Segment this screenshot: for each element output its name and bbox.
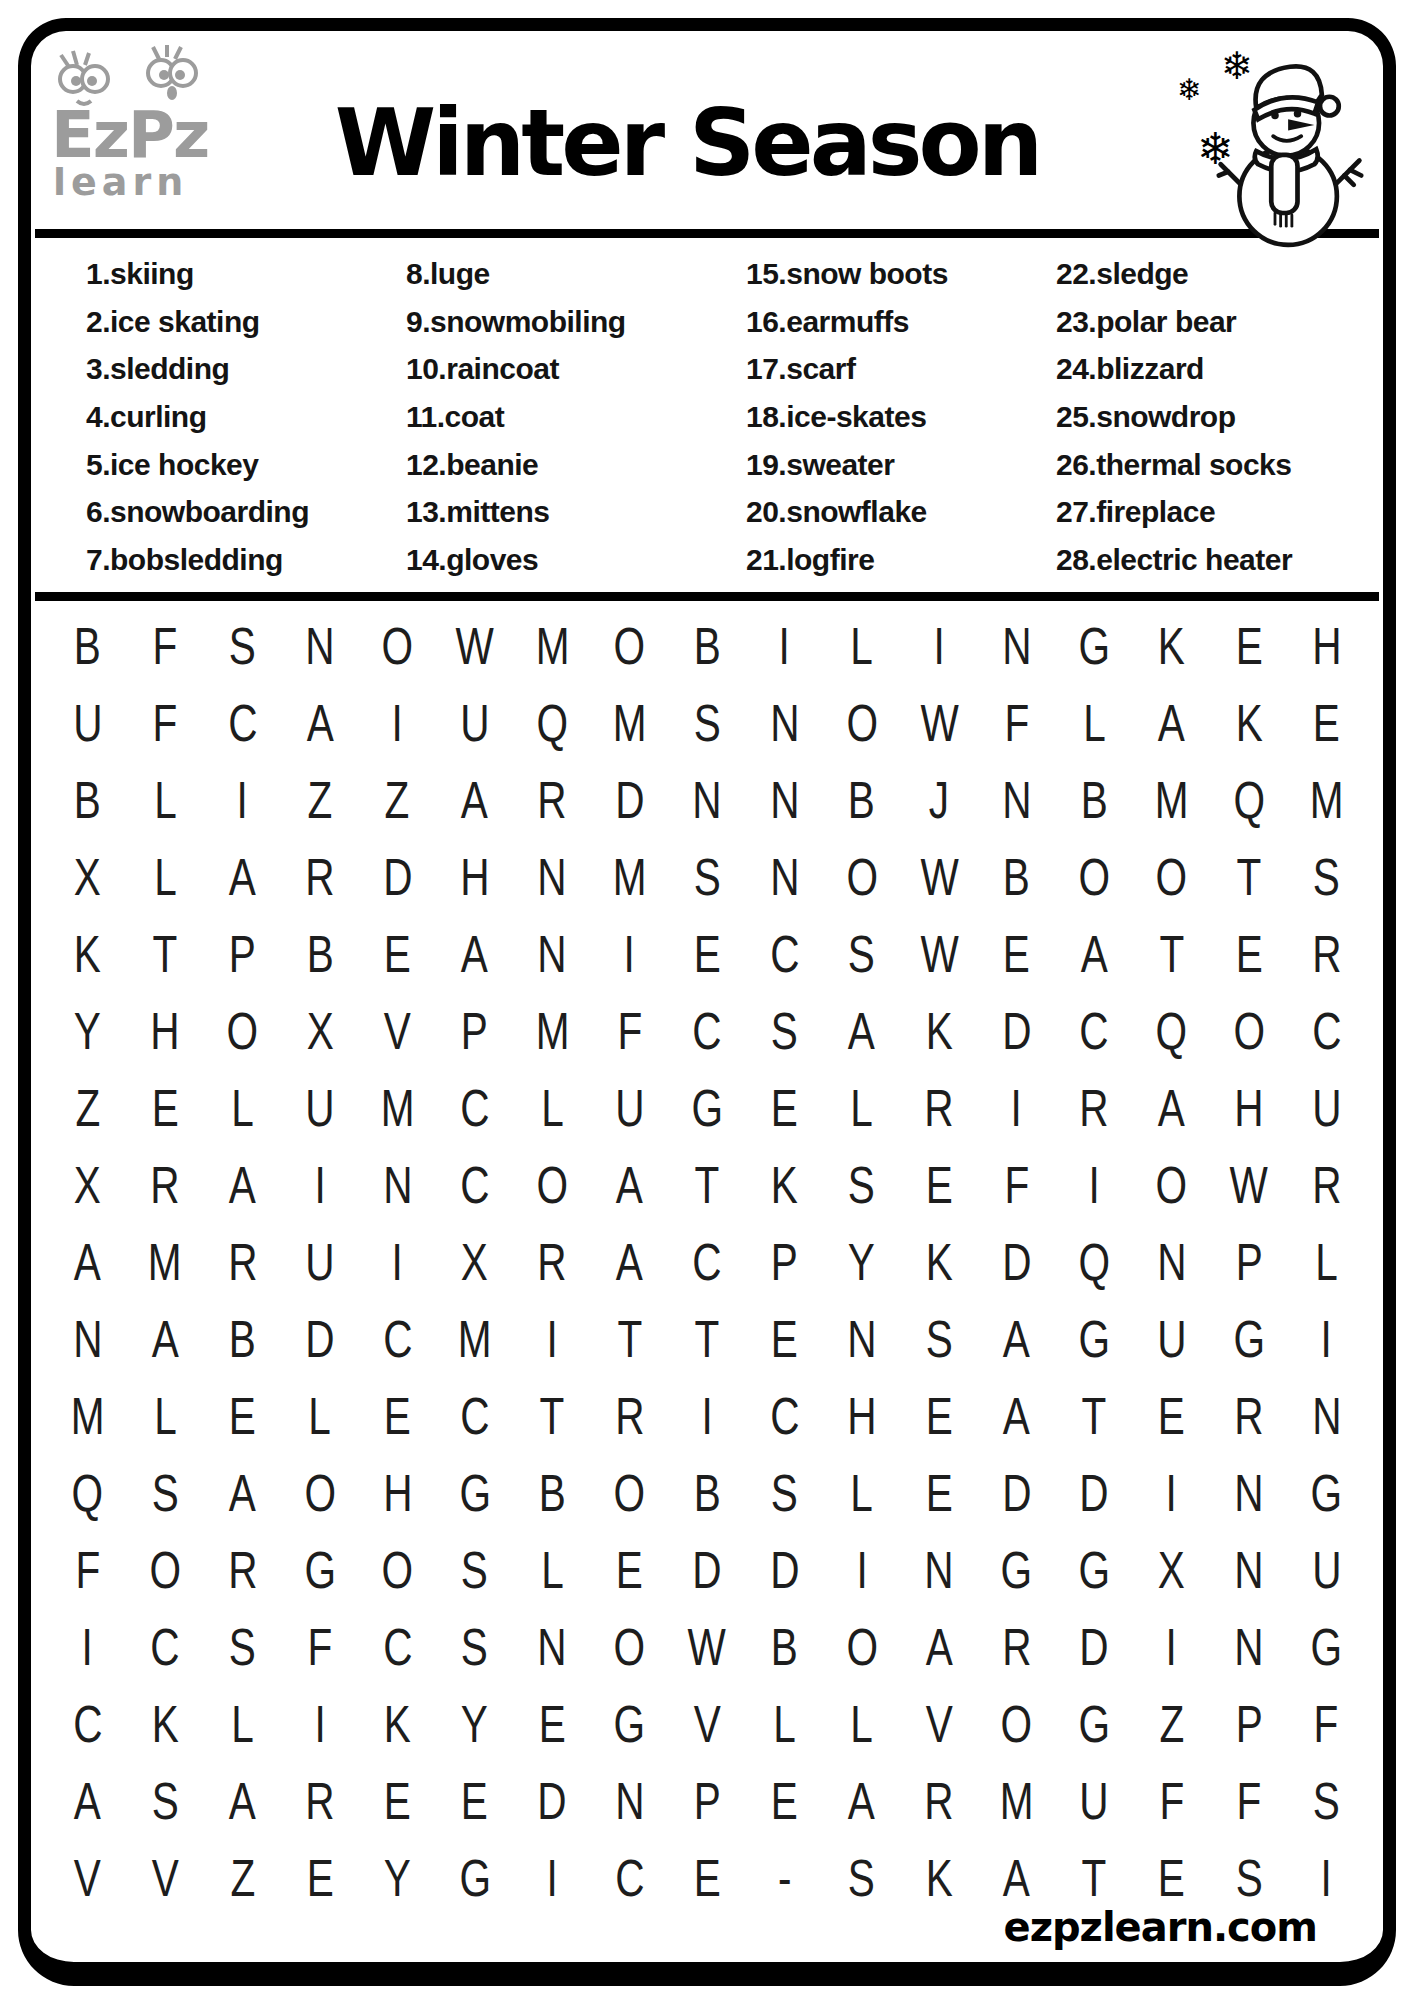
grid-cell[interactable]: R — [281, 1762, 358, 1839]
grid-cell[interactable]: N — [513, 915, 590, 992]
grid-cell[interactable]: S — [746, 1454, 823, 1531]
grid-cell[interactable]: M — [1133, 761, 1210, 838]
grid-cell[interactable]: B — [746, 1608, 823, 1685]
grid-cell[interactable]: I — [1055, 1146, 1132, 1223]
footer-url: ezpzlearn.com — [1004, 1904, 1317, 1950]
grid-cell[interactable]: X — [281, 992, 358, 1069]
grid-cell[interactable]: D — [513, 1762, 590, 1839]
grid-cell[interactable]: M — [126, 1223, 203, 1300]
grid-cell[interactable]: O — [823, 684, 900, 761]
grid-cell[interactable]: V — [49, 1839, 126, 1916]
grid-cell[interactable]: A — [823, 1762, 900, 1839]
grid-cell[interactable]: M — [359, 1069, 436, 1146]
grid-cell[interactable]: - — [746, 1839, 823, 1916]
grid-cell[interactable]: M — [1288, 761, 1365, 838]
grid-cell[interactable]: N — [1210, 1454, 1287, 1531]
word-list-item: 8.luge — [406, 257, 746, 291]
grid-cell[interactable]: N — [1133, 1223, 1210, 1300]
grid-cell[interactable]: F — [281, 1608, 358, 1685]
grid-cell[interactable]: A — [204, 1146, 281, 1223]
grid-cell[interactable]: A — [126, 1300, 203, 1377]
grid-cell[interactable]: M — [978, 1762, 1055, 1839]
grid-cell[interactable]: M — [513, 992, 590, 1069]
grid-cell[interactable]: L — [823, 607, 900, 684]
grid-cell[interactable]: R — [126, 1146, 203, 1223]
grid-cell[interactable]: O — [513, 1146, 590, 1223]
grid-cell[interactable]: O — [1055, 838, 1132, 915]
grid-cell[interactable]: F — [1133, 1762, 1210, 1839]
grid-cell[interactable]: K — [901, 1223, 978, 1300]
grid-cell[interactable]: L — [126, 838, 203, 915]
grid-cell[interactable]: B — [49, 607, 126, 684]
grid-cell[interactable]: F — [1210, 1762, 1287, 1839]
word-list-item: 15.snow boots — [746, 257, 1056, 291]
grid-cell[interactable]: S — [1288, 838, 1365, 915]
grid-cell[interactable]: D — [281, 1300, 358, 1377]
word-list-item: 14.gloves — [406, 543, 746, 577]
grid-cell[interactable]: C — [126, 1608, 203, 1685]
grid-cell[interactable]: W — [1210, 1146, 1287, 1223]
grid-cell[interactable]: U — [436, 684, 513, 761]
grid-cell[interactable]: B — [823, 761, 900, 838]
grid-cell[interactable]: C — [359, 1608, 436, 1685]
grid-cell[interactable]: S — [823, 1839, 900, 1916]
grid-cell[interactable]: L — [204, 1685, 281, 1762]
grid-cell[interactable]: C — [436, 1069, 513, 1146]
grid-cell[interactable]: B — [49, 761, 126, 838]
grid-cell[interactable]: E — [901, 1146, 978, 1223]
word-list-item: 3.sledding — [86, 352, 406, 386]
grid-cell[interactable]: G — [281, 1531, 358, 1608]
grid-cell[interactable]: M — [436, 1300, 513, 1377]
grid-cell[interactable]: I — [204, 761, 281, 838]
grid-cell[interactable]: U — [591, 1069, 668, 1146]
grid-cell[interactable]: A — [49, 1223, 126, 1300]
grid-cell[interactable]: T — [126, 915, 203, 992]
grid-cell[interactable]: V — [901, 1685, 978, 1762]
grid-cell[interactable]: E — [204, 1377, 281, 1454]
grid-cell[interactable]: I — [1133, 1454, 1210, 1531]
grid-cell[interactable]: S — [204, 1608, 281, 1685]
grid-cell[interactable]: S — [1288, 1762, 1365, 1839]
grid-cell[interactable]: U — [1133, 1300, 1210, 1377]
grid-cell[interactable]: A — [591, 1223, 668, 1300]
grid-cell[interactable]: C — [1288, 992, 1365, 1069]
grid-cell[interactable]: A — [204, 1762, 281, 1839]
grid-cell[interactable]: T — [591, 1300, 668, 1377]
grid-cell[interactable]: A — [436, 761, 513, 838]
grid-cell[interactable]: A — [1133, 1069, 1210, 1146]
grid-cell[interactable]: F — [126, 684, 203, 761]
grid-cell[interactable]: L — [823, 1685, 900, 1762]
grid-cell[interactable]: O — [1133, 838, 1210, 915]
grid-cell[interactable]: R — [204, 1223, 281, 1300]
grid-cell[interactable]: B — [668, 1454, 745, 1531]
grid-cell[interactable]: C — [1055, 992, 1132, 1069]
grid-cell[interactable]: A — [204, 838, 281, 915]
grid-cell[interactable]: U — [281, 1069, 358, 1146]
grid-cell[interactable]: E — [901, 1377, 978, 1454]
grid-cell[interactable]: I — [1133, 1608, 1210, 1685]
grid-cell[interactable]: E — [1210, 915, 1287, 992]
grid-cell[interactable]: E — [1210, 607, 1287, 684]
grid-cell[interactable]: Q — [513, 684, 590, 761]
grid-cell[interactable]: I — [1288, 1300, 1365, 1377]
grid-cell[interactable]: L — [823, 1069, 900, 1146]
grid-cell[interactable]: A — [436, 915, 513, 992]
grid-cell[interactable]: F — [49, 1531, 126, 1608]
grid-cell[interactable]: D — [1055, 1608, 1132, 1685]
grid-cell[interactable]: Z — [281, 761, 358, 838]
grid-cell[interactable]: L — [126, 1377, 203, 1454]
grid-cell[interactable]: N — [746, 684, 823, 761]
grid-cell[interactable]: E — [1133, 1377, 1210, 1454]
grid-cell[interactable]: N — [359, 1146, 436, 1223]
grid-cell[interactable]: R — [1210, 1377, 1287, 1454]
grid-cell[interactable]: O — [359, 1531, 436, 1608]
grid-cell[interactable]: B — [978, 838, 1055, 915]
grid-cell[interactable]: H — [823, 1377, 900, 1454]
word-list-item: 11.coat — [406, 400, 746, 434]
grid-cell[interactable]: P — [668, 1762, 745, 1839]
word-list-item: 16.earmuffs — [746, 305, 1056, 339]
grid-cell[interactable]: T — [668, 1300, 745, 1377]
grid-cell[interactable]: Z — [204, 1839, 281, 1916]
grid-cell[interactable]: G — [1210, 1300, 1287, 1377]
grid-cell[interactable]: Y — [823, 1223, 900, 1300]
grid-cell[interactable]: O — [823, 838, 900, 915]
grid-cell[interactable]: N — [978, 761, 1055, 838]
grid-cell[interactable]: G — [978, 1531, 1055, 1608]
grid-cell[interactable]: D — [978, 1223, 1055, 1300]
grid-cell[interactable]: I — [591, 915, 668, 992]
grid-cell[interactable]: U — [1055, 1762, 1132, 1839]
grid-cell[interactable]: C — [746, 915, 823, 992]
grid-cell[interactable]: M — [591, 838, 668, 915]
grid-cell[interactable]: K — [901, 992, 978, 1069]
grid-cell[interactable]: G — [1288, 1454, 1365, 1531]
grid-cell[interactable]: E — [359, 915, 436, 992]
grid-cell[interactable]: O — [591, 1454, 668, 1531]
grid-cell[interactable]: S — [204, 607, 281, 684]
grid-cell[interactable]: O — [591, 1608, 668, 1685]
grid-cell[interactable]: O — [978, 1685, 1055, 1762]
grid-cell[interactable]: E — [746, 1069, 823, 1146]
grid-cell[interactable]: Y — [49, 992, 126, 1069]
grid-cell[interactable]: B — [513, 1454, 590, 1531]
grid-cell[interactable]: M — [49, 1377, 126, 1454]
grid-cell[interactable]: L — [513, 1069, 590, 1146]
grid-cell[interactable]: O — [823, 1608, 900, 1685]
grid-cell[interactable]: P — [1210, 1685, 1287, 1762]
grid-cell[interactable]: R — [1288, 915, 1365, 992]
grid-cell[interactable]: W — [668, 1608, 745, 1685]
grid-cell[interactable]: A — [901, 1608, 978, 1685]
grid-cell[interactable]: I — [359, 1223, 436, 1300]
grid-cell[interactable]: T — [513, 1377, 590, 1454]
grid-cell[interactable]: E — [668, 1839, 745, 1916]
grid-cell[interactable]: S — [668, 838, 745, 915]
grid-cell[interactable]: V — [126, 1839, 203, 1916]
grid-cell[interactable]: R — [901, 1069, 978, 1146]
grid-cell[interactable]: K — [126, 1685, 203, 1762]
grid-cell[interactable]: O — [204, 992, 281, 1069]
grid-cell[interactable]: R — [513, 761, 590, 838]
grid-cell[interactable]: R — [591, 1377, 668, 1454]
grid-cell[interactable]: N — [1210, 1531, 1287, 1608]
grid-cell[interactable]: E — [978, 915, 1055, 992]
grid-cell[interactable]: Z — [49, 1069, 126, 1146]
grid-cell[interactable]: K — [359, 1685, 436, 1762]
grid-cell[interactable]: C — [49, 1685, 126, 1762]
grid-cell[interactable]: G — [436, 1839, 513, 1916]
grid-cell[interactable]: C — [591, 1839, 668, 1916]
grid-cell[interactable]: P — [746, 1223, 823, 1300]
grid-cell[interactable]: G — [1288, 1608, 1365, 1685]
grid-cell[interactable]: A — [1133, 684, 1210, 761]
grid-cell[interactable]: R — [901, 1762, 978, 1839]
grid-cell[interactable]: W — [901, 684, 978, 761]
word-list-item: 19.sweater — [746, 448, 1056, 482]
grid-cell[interactable]: U — [1288, 1069, 1365, 1146]
grid-cell[interactable]: N — [901, 1531, 978, 1608]
grid-cell[interactable]: H — [1288, 607, 1365, 684]
grid-cell[interactable]: E — [901, 1454, 978, 1531]
grid-cell[interactable]: T — [1133, 915, 1210, 992]
grid-cell[interactable]: I — [281, 1685, 358, 1762]
word-list-item: 22.sledge — [1056, 257, 1373, 291]
grid-cell[interactable]: O — [1133, 1146, 1210, 1223]
grid-cell[interactable]: X — [436, 1223, 513, 1300]
grid-cell[interactable]: C — [204, 684, 281, 761]
grid-cell[interactable]: N — [513, 838, 590, 915]
grid-cell[interactable]: F — [1288, 1685, 1365, 1762]
grid-cell[interactable]: A — [281, 684, 358, 761]
grid-cell[interactable]: D — [591, 761, 668, 838]
grid-cell[interactable]: Q — [1133, 992, 1210, 1069]
grid-cell[interactable]: D — [1055, 1454, 1132, 1531]
grid-cell[interactable]: W — [901, 838, 978, 915]
grid-cell[interactable]: E — [668, 915, 745, 992]
grid-cell[interactable]: G — [1055, 1300, 1132, 1377]
grid-cell[interactable]: N — [1288, 1377, 1365, 1454]
grid-cell[interactable]: H — [1210, 1069, 1287, 1146]
grid-cell[interactable]: I — [978, 1069, 1055, 1146]
grid-cell[interactable]: G — [1055, 1531, 1132, 1608]
grid-cell[interactable]: V — [359, 992, 436, 1069]
grid-cell[interactable]: S — [436, 1608, 513, 1685]
grid-cell[interactable]: F — [978, 1146, 1055, 1223]
grid-cell[interactable]: M — [591, 684, 668, 761]
grid-cell[interactable]: R — [513, 1223, 590, 1300]
grid-cell[interactable]: S — [823, 915, 900, 992]
grid-cell[interactable]: R — [1288, 1146, 1365, 1223]
grid-cell[interactable]: F — [591, 992, 668, 1069]
grid-cell[interactable]: G — [591, 1685, 668, 1762]
grid-cell[interactable]: P — [436, 992, 513, 1069]
divider — [35, 229, 1379, 238]
grid-cell[interactable]: D — [978, 992, 1055, 1069]
grid-cell[interactable]: B — [281, 915, 358, 992]
grid-cell[interactable]: Z — [1133, 1685, 1210, 1762]
grid-cell[interactable]: I — [668, 1377, 745, 1454]
grid-cell[interactable]: Q — [1055, 1223, 1132, 1300]
grid-cell[interactable]: B — [1055, 761, 1132, 838]
grid-cell[interactable]: J — [901, 761, 978, 838]
grid-cell[interactable]: N — [513, 1608, 590, 1685]
grid-cell[interactable]: O — [359, 607, 436, 684]
grid-cell[interactable]: G — [1055, 1685, 1132, 1762]
grid-cell[interactable]: X — [49, 838, 126, 915]
word-list-item: 9.snowmobiling — [406, 305, 746, 339]
grid-cell[interactable]: B — [204, 1300, 281, 1377]
grid-cell[interactable]: S — [901, 1300, 978, 1377]
grid-cell[interactable]: T — [668, 1146, 745, 1223]
grid-cell[interactable]: Y — [359, 1839, 436, 1916]
grid-cell[interactable]: A — [591, 1146, 668, 1223]
grid-cell[interactable]: I — [823, 1531, 900, 1608]
grid-cell[interactable]: H — [359, 1454, 436, 1531]
grid-cell[interactable]: B — [668, 607, 745, 684]
grid-cell[interactable]: E — [359, 1377, 436, 1454]
grid-cell[interactable]: I — [359, 684, 436, 761]
grid-cell[interactable]: E — [281, 1839, 358, 1916]
grid-cell[interactable]: S — [126, 1762, 203, 1839]
grid-cell[interactable]: G — [668, 1069, 745, 1146]
grid-cell[interactable]: P — [204, 915, 281, 992]
grid-cell[interactable]: N — [746, 761, 823, 838]
grid-cell[interactable]: T — [1055, 1377, 1132, 1454]
grid-cell[interactable]: N — [746, 838, 823, 915]
grid-cell[interactable]: A — [978, 1300, 1055, 1377]
grid-cell[interactable]: K — [746, 1146, 823, 1223]
grid-cell[interactable]: L — [281, 1377, 358, 1454]
word-list-item: 24.blizzard — [1056, 352, 1373, 386]
grid-cell[interactable]: D — [668, 1531, 745, 1608]
grid-cell[interactable]: C — [436, 1377, 513, 1454]
grid-cell[interactable]: Y — [436, 1685, 513, 1762]
grid-cell[interactable]: K — [49, 915, 126, 992]
grid-cell[interactable]: N — [591, 1762, 668, 1839]
grid-cell[interactable]: C — [668, 992, 745, 1069]
grid-cell[interactable]: E — [591, 1531, 668, 1608]
word-list-item: 2.ice skating — [86, 305, 406, 339]
grid-cell[interactable]: U — [1288, 1531, 1365, 1608]
grid-cell[interactable]: E — [359, 1762, 436, 1839]
grid-cell[interactable]: D — [978, 1454, 1055, 1531]
grid-cell[interactable]: P — [1210, 1223, 1287, 1300]
grid-cell[interactable]: Z — [359, 761, 436, 838]
grid-cell[interactable]: C — [359, 1300, 436, 1377]
grid-cell[interactable]: L — [1055, 684, 1132, 761]
grid-cell[interactable]: I — [513, 1839, 590, 1916]
grid-cell[interactable]: Q — [1210, 761, 1287, 838]
grid-cell[interactable]: R — [204, 1531, 281, 1608]
grid-cell[interactable]: N — [978, 607, 1055, 684]
grid-cell[interactable]: W — [436, 607, 513, 684]
grid-cell[interactable]: C — [436, 1146, 513, 1223]
grid-cell[interactable]: E — [513, 1685, 590, 1762]
grid-cell[interactable]: A — [204, 1454, 281, 1531]
grid-cell[interactable]: O — [126, 1531, 203, 1608]
grid-cell[interactable]: A — [823, 992, 900, 1069]
grid-cell[interactable]: O — [591, 607, 668, 684]
grid-cell[interactable]: A — [978, 1377, 1055, 1454]
grid-cell[interactable]: S — [436, 1531, 513, 1608]
grid-cell[interactable]: E — [746, 1762, 823, 1839]
grid-cell[interactable]: S — [668, 684, 745, 761]
grid-cell[interactable]: S — [746, 992, 823, 1069]
grid-cell[interactable]: E — [126, 1069, 203, 1146]
grid-cell[interactable]: F — [126, 607, 203, 684]
grid-cell[interactable]: K — [901, 1839, 978, 1916]
grid-cell[interactable]: X — [49, 1146, 126, 1223]
grid-cell[interactable]: A — [49, 1762, 126, 1839]
divider — [35, 592, 1379, 601]
grid-cell[interactable]: O — [1210, 992, 1287, 1069]
grid-cell[interactable]: L — [126, 761, 203, 838]
grid-cell[interactable]: X — [1133, 1531, 1210, 1608]
grid-cell[interactable]: I — [281, 1146, 358, 1223]
grid-cell[interactable]: T — [1210, 838, 1287, 915]
grid-cell[interactable]: N — [823, 1300, 900, 1377]
grid-cell[interactable]: V — [668, 1685, 745, 1762]
snowman-icon — [1215, 53, 1365, 253]
grid-cell[interactable]: I — [746, 607, 823, 684]
grid-cell[interactable]: C — [668, 1223, 745, 1300]
grid-cell[interactable]: G — [436, 1454, 513, 1531]
grid-cell[interactable]: L — [1288, 1223, 1365, 1300]
grid-cell[interactable]: N — [281, 607, 358, 684]
grid-cell[interactable]: R — [281, 838, 358, 915]
grid-cell[interactable]: N — [668, 761, 745, 838]
grid-cell[interactable]: H — [126, 992, 203, 1069]
grid-cell[interactable]: E — [436, 1762, 513, 1839]
grid-cell[interactable]: W — [901, 915, 978, 992]
grid-cell[interactable]: E — [1288, 684, 1365, 761]
grid-cell[interactable]: R — [978, 1608, 1055, 1685]
grid-cell[interactable]: L — [204, 1069, 281, 1146]
grid-cell[interactable]: C — [746, 1377, 823, 1454]
grid-cell[interactable]: I — [513, 1300, 590, 1377]
grid-cell[interactable]: D — [359, 838, 436, 915]
grid-cell[interactable]: G — [1055, 607, 1132, 684]
grid-cell[interactable]: F — [978, 684, 1055, 761]
grid-cell[interactable]: N — [1210, 1608, 1287, 1685]
grid-cell[interactable]: E — [746, 1300, 823, 1377]
grid-cell[interactable]: I — [901, 607, 978, 684]
grid-cell[interactable]: U — [49, 684, 126, 761]
grid-cell[interactable]: K — [1210, 684, 1287, 761]
grid-cell[interactable]: A — [1055, 915, 1132, 992]
grid-cell[interactable]: L — [746, 1685, 823, 1762]
grid-cell[interactable]: K — [1133, 607, 1210, 684]
grid-cell[interactable]: S — [823, 1146, 900, 1223]
grid-cell[interactable]: D — [746, 1531, 823, 1608]
grid-cell[interactable]: S — [126, 1454, 203, 1531]
grid-cell[interactable]: L — [513, 1531, 590, 1608]
grid-cell[interactable]: L — [823, 1454, 900, 1531]
grid-cell[interactable]: U — [281, 1223, 358, 1300]
grid-cell[interactable]: N — [49, 1300, 126, 1377]
grid-cell[interactable]: R — [1055, 1069, 1132, 1146]
grid-cell[interactable]: O — [281, 1454, 358, 1531]
grid-cell[interactable]: H — [436, 838, 513, 915]
grid-cell[interactable]: Q — [49, 1454, 126, 1531]
grid-cell[interactable]: I — [49, 1608, 126, 1685]
word-list-item: 7.bobsledding — [86, 543, 406, 577]
grid-cell[interactable]: M — [513, 607, 590, 684]
